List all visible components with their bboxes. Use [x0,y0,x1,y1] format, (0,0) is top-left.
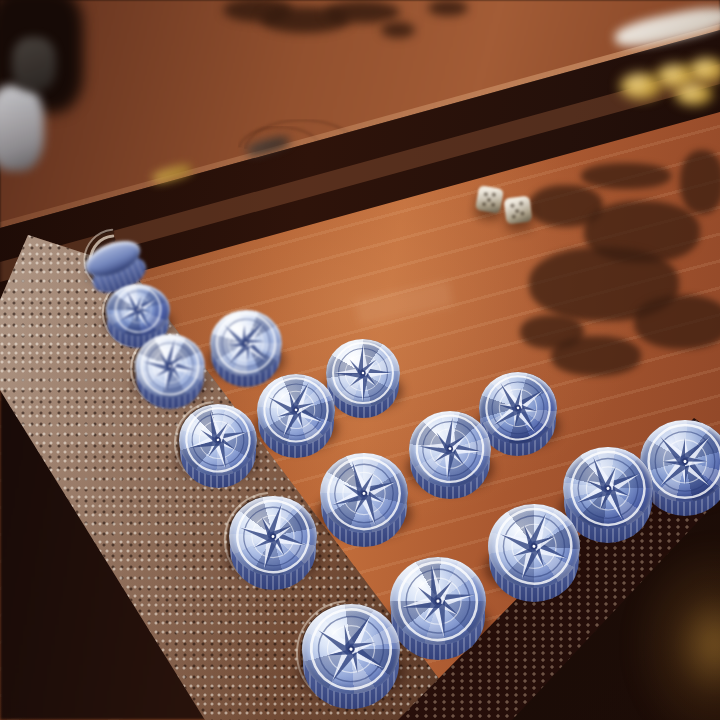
die-2[interactable] [504,196,533,225]
checker-face [106,284,170,335]
die-pip [520,211,524,215]
backgammon-photo-scene [0,0,720,720]
blue-checker-14[interactable] [488,504,580,602]
die-1[interactable] [475,185,504,214]
checker-face [229,496,317,577]
checker-face [210,310,282,376]
blue-checker-6[interactable] [257,374,335,457]
checker-face [257,374,335,446]
die-pip [510,204,514,208]
die-pip [519,202,523,206]
checker-face [488,504,580,589]
checker-face [302,604,400,694]
die-pip [486,197,491,202]
blue-checker-3[interactable] [135,334,205,409]
checker-face [135,334,205,398]
die-pip [491,192,496,197]
checker-face [179,404,257,476]
blue-checker-11[interactable] [390,557,486,660]
blue-checker-8[interactable] [229,496,317,590]
die-pip [483,191,488,196]
checker-face [320,453,408,534]
die-pip [481,201,486,206]
blue-checker-10[interactable] [302,604,400,709]
die-pip [511,214,515,218]
blue-checker-12[interactable] [409,411,491,499]
checker-face [326,339,400,407]
checker-face [390,557,486,645]
blue-checker-7[interactable] [326,339,400,418]
blue-checker-9[interactable] [320,453,408,547]
blue-checker-5[interactable] [179,404,257,487]
die-pip [490,201,495,206]
checker-face [409,411,491,486]
die-pip [515,208,519,212]
